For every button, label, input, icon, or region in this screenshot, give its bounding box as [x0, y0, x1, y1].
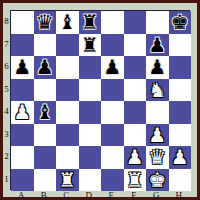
- square-b4[interactable]: ♝: [34, 101, 57, 124]
- square-e7[interactable]: [101, 34, 124, 57]
- square-c3[interactable]: [56, 124, 79, 147]
- square-g5[interactable]: ♞: [146, 79, 169, 102]
- piece-black-pawn[interactable]: ♟: [148, 34, 166, 56]
- square-b2[interactable]: [34, 146, 57, 169]
- square-a8[interactable]: [11, 11, 34, 34]
- square-g3[interactable]: ♟: [146, 124, 169, 147]
- square-d3[interactable]: [79, 124, 102, 147]
- square-b7[interactable]: [34, 34, 57, 57]
- file-label: G: [145, 190, 168, 199]
- chess-board-frame: 87654321 ♛♝♜♚♜♟♟♟♟♟♞♟♝♟♟♛♟♜♜♚ ABCDEFGH: [0, 0, 200, 200]
- piece-black-pawn[interactable]: ♟: [36, 56, 54, 78]
- file-label: D: [78, 190, 101, 199]
- square-e6[interactable]: ♟: [101, 56, 124, 79]
- square-g8[interactable]: [146, 11, 169, 34]
- square-c7[interactable]: [56, 34, 79, 57]
- square-g4[interactable]: [146, 101, 169, 124]
- piece-white-rook[interactable]: ♜: [126, 169, 144, 191]
- square-c6[interactable]: [56, 56, 79, 79]
- square-g2[interactable]: ♛: [146, 146, 169, 169]
- square-f7[interactable]: [124, 34, 147, 57]
- square-a1[interactable]: [11, 169, 34, 192]
- piece-black-pawn[interactable]: ♟: [103, 56, 121, 78]
- square-b3[interactable]: [34, 124, 57, 147]
- square-d6[interactable]: [79, 56, 102, 79]
- square-f2[interactable]: ♟: [124, 146, 147, 169]
- piece-black-bishop[interactable]: ♝: [58, 11, 76, 33]
- piece-white-king[interactable]: ♚: [148, 169, 166, 191]
- chess-board[interactable]: ♛♝♜♚♜♟♟♟♟♟♞♟♝♟♟♛♟♜♜♚: [10, 10, 190, 190]
- square-g1[interactable]: ♚: [146, 169, 169, 192]
- square-b5[interactable]: [34, 79, 57, 102]
- square-e3[interactable]: [101, 124, 124, 147]
- square-d5[interactable]: [79, 79, 102, 102]
- file-labels: ABCDEFGH: [10, 190, 190, 199]
- rank-label: 4: [3, 100, 10, 123]
- square-c8[interactable]: ♝: [56, 11, 79, 34]
- square-f8[interactable]: [124, 11, 147, 34]
- square-c4[interactable]: [56, 101, 79, 124]
- piece-white-rook[interactable]: ♜: [58, 169, 76, 191]
- square-a7[interactable]: [11, 34, 34, 57]
- file-label: C: [55, 190, 78, 199]
- rank-label: 8: [3, 10, 10, 33]
- file-label: A: [10, 190, 33, 199]
- square-h8[interactable]: ♚: [169, 11, 192, 34]
- file-label: B: [33, 190, 56, 199]
- square-f1[interactable]: ♜: [124, 169, 147, 192]
- rank-label: 1: [3, 168, 10, 191]
- square-h7[interactable]: [169, 34, 192, 57]
- square-e1[interactable]: [101, 169, 124, 192]
- piece-black-queen[interactable]: ♛: [36, 11, 54, 33]
- piece-white-knight[interactable]: ♞: [148, 79, 166, 101]
- file-label: E: [100, 190, 123, 199]
- file-label: F: [123, 190, 146, 199]
- square-a5[interactable]: [11, 79, 34, 102]
- piece-white-pawn[interactable]: ♟: [171, 146, 189, 168]
- square-f5[interactable]: [124, 79, 147, 102]
- square-h6[interactable]: [169, 56, 192, 79]
- square-h1[interactable]: [169, 169, 192, 192]
- rank-label: 6: [3, 55, 10, 78]
- square-g7[interactable]: ♟: [146, 34, 169, 57]
- piece-black-pawn[interactable]: ♟: [13, 56, 31, 78]
- piece-white-pawn[interactable]: ♟: [148, 124, 166, 146]
- square-c5[interactable]: [56, 79, 79, 102]
- square-e4[interactable]: [101, 101, 124, 124]
- square-d4[interactable]: [79, 101, 102, 124]
- square-h2[interactable]: ♟: [169, 146, 192, 169]
- square-f3[interactable]: [124, 124, 147, 147]
- piece-white-pawn[interactable]: ♟: [13, 101, 31, 123]
- square-h5[interactable]: [169, 79, 192, 102]
- piece-white-queen[interactable]: ♛: [148, 146, 166, 168]
- rank-labels: 87654321: [3, 10, 10, 190]
- square-c1[interactable]: ♜: [56, 169, 79, 192]
- square-b1[interactable]: [34, 169, 57, 192]
- piece-white-pawn[interactable]: ♟: [126, 146, 144, 168]
- square-d2[interactable]: [79, 146, 102, 169]
- square-a6[interactable]: ♟: [11, 56, 34, 79]
- rank-label: 3: [3, 123, 10, 146]
- square-a3[interactable]: [11, 124, 34, 147]
- square-d7[interactable]: ♜: [79, 34, 102, 57]
- piece-black-king[interactable]: ♚: [171, 11, 189, 33]
- square-g6[interactable]: ♟: [146, 56, 169, 79]
- square-b8[interactable]: ♛: [34, 11, 57, 34]
- square-f6[interactable]: [124, 56, 147, 79]
- rank-label: 2: [3, 145, 10, 168]
- piece-black-bishop[interactable]: ♝: [36, 101, 54, 123]
- rank-label: 7: [3, 33, 10, 56]
- square-e2[interactable]: [101, 146, 124, 169]
- square-c2[interactable]: [56, 146, 79, 169]
- file-label: H: [168, 190, 191, 199]
- rank-label: 5: [3, 78, 10, 101]
- square-e5[interactable]: [101, 79, 124, 102]
- square-e8[interactable]: [101, 11, 124, 34]
- square-f4[interactable]: [124, 101, 147, 124]
- square-h3[interactable]: [169, 124, 192, 147]
- square-b6[interactable]: ♟: [34, 56, 57, 79]
- square-h4[interactable]: [169, 101, 192, 124]
- square-a4[interactable]: ♟: [11, 101, 34, 124]
- piece-black-pawn[interactable]: ♟: [148, 56, 166, 78]
- square-d8[interactable]: ♜: [79, 11, 102, 34]
- piece-black-rook[interactable]: ♜: [81, 11, 99, 33]
- square-d1[interactable]: [79, 169, 102, 192]
- square-a2[interactable]: [11, 146, 34, 169]
- piece-black-rook[interactable]: ♜: [81, 34, 99, 56]
